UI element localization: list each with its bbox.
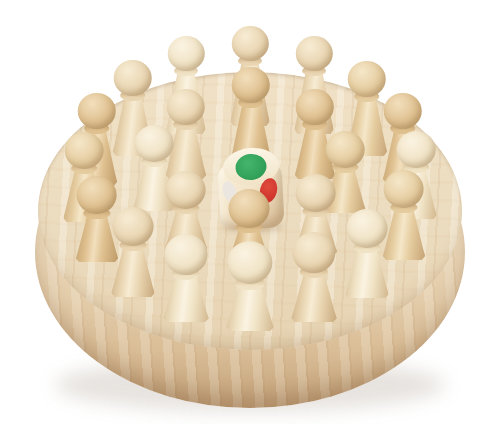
peg-outer-ring--112_5deg[interactable] [162,234,210,322]
peg-head [325,131,364,168]
peg-head [348,61,386,97]
peg-head [232,26,269,61]
peg-head [113,207,154,246]
peg-head [293,232,336,273]
peg-head [347,209,388,248]
peg-head [296,36,333,71]
peg-head [165,234,208,275]
peg-head [396,131,435,168]
peg-head [168,36,205,71]
peg-head [78,93,116,129]
peg-head [64,132,103,169]
peg-head [384,170,424,208]
memory-chess-product-photo [0,0,500,424]
peg-head [134,125,173,162]
peg-head [167,89,205,125]
peg-head [296,174,336,212]
peg-head [227,241,272,284]
peg-head [229,189,270,228]
peg-outer-ring--90deg[interactable] [225,241,275,331]
peg-head [166,171,206,209]
peg-head [114,60,152,96]
peg-outer-ring--45deg[interactable] [344,209,390,298]
peg-outer-ring--67_5deg[interactable] [290,232,338,322]
peg-head [384,93,422,129]
peg-head [232,67,270,103]
peg-outer-ring--135deg[interactable] [110,207,156,297]
peg-head [296,89,334,125]
